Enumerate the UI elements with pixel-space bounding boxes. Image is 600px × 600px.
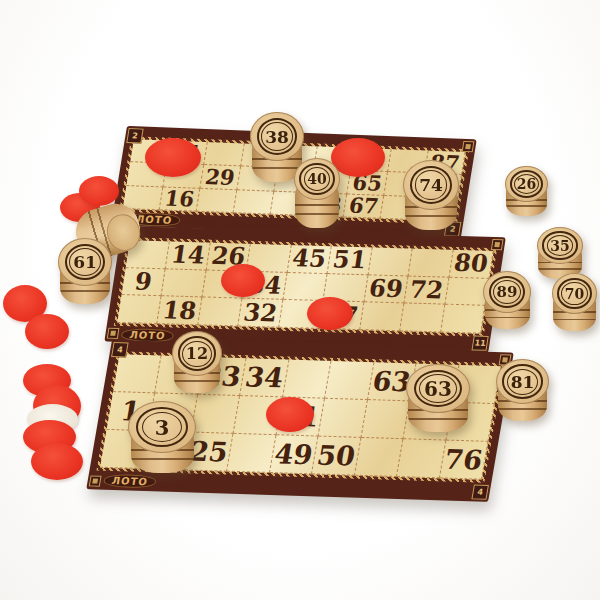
barrel-top: 89 <box>483 271 531 313</box>
card-cell-empty <box>204 142 245 167</box>
barrel-top: 3 <box>128 401 195 453</box>
barrel-12[interactable]: 12 <box>171 331 223 393</box>
barrel-top: 12 <box>172 331 222 376</box>
card-cell-empty <box>360 303 405 332</box>
cell-number: 32 <box>242 300 279 325</box>
cell-number: 34 <box>243 363 285 391</box>
barrel-number: 81 <box>511 372 535 392</box>
cell-number: 72 <box>408 278 445 303</box>
barrel-top: 38 <box>250 112 304 161</box>
barrel-81[interactable]: 81 <box>495 359 550 421</box>
card-cell-empty <box>397 439 446 478</box>
barrel-top: 61 <box>58 238 112 286</box>
card-cell: 18 <box>158 297 203 326</box>
barrel-number: 26 <box>517 176 536 192</box>
corner-ornament <box>107 328 120 339</box>
card-cell: 50 <box>312 437 361 476</box>
chip-red[interactable] <box>221 264 265 297</box>
card-cell: 9 <box>121 268 166 297</box>
card-face: 14264551809346972183257 <box>117 240 493 333</box>
card-cell-empty <box>191 395 240 434</box>
barrel-89[interactable]: 89 <box>482 271 532 329</box>
card-cell-empty <box>319 399 368 438</box>
card-cell-empty <box>361 400 410 439</box>
barrel-top: 35 <box>537 227 583 264</box>
barrel-26[interactable]: 26 <box>504 166 549 216</box>
chip-red[interactable] <box>25 314 69 349</box>
card-cell: 14 <box>166 241 211 270</box>
card-cell-empty <box>283 360 332 399</box>
chip-red[interactable] <box>266 397 314 432</box>
card-cell: 49 <box>270 435 319 474</box>
barrel-number: 74 <box>419 175 443 195</box>
barrel-number: 35 <box>550 238 569 254</box>
card-cell: 69 <box>364 275 409 304</box>
barrel-70[interactable]: 70 <box>551 273 598 331</box>
loto-logo: ЛОТО <box>103 474 157 489</box>
card-cell-empty <box>325 361 374 400</box>
barrel-number: 89 <box>497 283 518 301</box>
cell-number: 45 <box>291 246 328 271</box>
barrel-number: 40 <box>307 171 326 187</box>
card-cell-empty <box>113 354 162 393</box>
cell-number: 14 <box>169 243 206 268</box>
card-cell: 34 <box>240 358 289 397</box>
cell-number: 9 <box>133 269 153 293</box>
card-cell-empty <box>441 305 486 334</box>
cell-number: 49 <box>273 440 315 468</box>
barrel-63[interactable]: 63 <box>405 364 471 432</box>
card-number-badge: 4 <box>111 342 129 357</box>
cell-number: 18 <box>161 298 198 323</box>
barrel-number: 38 <box>265 127 289 147</box>
barrel-number: 12 <box>186 344 208 363</box>
barrel-number: 63 <box>424 377 452 401</box>
lotto-card-11: 11 11 ЛОТО 14264551809346972183257 <box>104 226 506 353</box>
card-cell-empty <box>162 269 207 298</box>
card-cell: 29 <box>200 165 241 190</box>
card-cell-empty <box>409 249 454 278</box>
barrel-number: 61 <box>73 252 97 272</box>
card-cell-empty <box>400 304 445 333</box>
card-number-badge: 11 <box>471 335 488 350</box>
cell-number: 67 <box>347 195 380 217</box>
corner-ornament <box>89 475 102 486</box>
barrel-35[interactable]: 35 <box>536 227 584 279</box>
cell-number: 69 <box>367 276 404 301</box>
barrel-top: 26 <box>505 166 548 202</box>
card-cell: 76 <box>439 441 488 480</box>
card-cell-empty <box>355 438 404 477</box>
chip-red[interactable] <box>307 297 353 330</box>
cell-number: 50 <box>315 442 357 470</box>
cell-number: 16 <box>163 188 196 210</box>
card-cell-empty <box>368 247 413 276</box>
barrel-61[interactable]: 61 <box>57 238 113 304</box>
barrel-74[interactable]: 74 <box>402 160 460 230</box>
card-cell-empty <box>233 190 274 215</box>
chip-red[interactable] <box>31 443 83 480</box>
corner-ornament <box>462 141 475 152</box>
card-cell-empty <box>196 189 237 214</box>
barrel-top: 63 <box>406 364 469 413</box>
barrel-40[interactable]: 40 <box>293 158 341 228</box>
card-cell: 67 <box>344 194 385 219</box>
card-cell: 72 <box>404 276 449 305</box>
barrel-3[interactable]: 3 <box>127 401 197 473</box>
card-cell-empty <box>227 434 276 473</box>
corner-ornament <box>491 239 504 250</box>
card-cell: 16 <box>159 187 200 212</box>
barrel-number: 70 <box>565 286 584 302</box>
barrel-number: 3 <box>155 415 170 440</box>
barrel-top: 70 <box>552 273 597 314</box>
number-grid: 14264551809346972183257 <box>117 240 493 333</box>
card-number-badge: 2 <box>126 128 143 143</box>
card-number-badge: 4 <box>471 484 489 499</box>
chip-red[interactable] <box>79 176 119 206</box>
card-cell: 32 <box>238 299 283 328</box>
card-cell-empty <box>117 295 162 324</box>
cell-number: 76 <box>442 446 484 474</box>
card-cell-empty <box>198 298 243 327</box>
barrel-top: 40 <box>294 158 340 200</box>
barrel-top: 81 <box>496 359 549 404</box>
scene: 2 2 ЛОТО 1187296580165367 11 11 ЛОТО 142… <box>0 0 600 600</box>
barrel-top: 74 <box>403 160 459 210</box>
card-cell: 45 <box>287 245 332 274</box>
gold-trim-border: 14264551809346972183257 <box>114 237 497 337</box>
cell-number: 29 <box>204 166 237 188</box>
cell-number: 51 <box>331 248 368 273</box>
card-cell: 51 <box>328 246 373 275</box>
chip-red[interactable] <box>145 138 201 177</box>
